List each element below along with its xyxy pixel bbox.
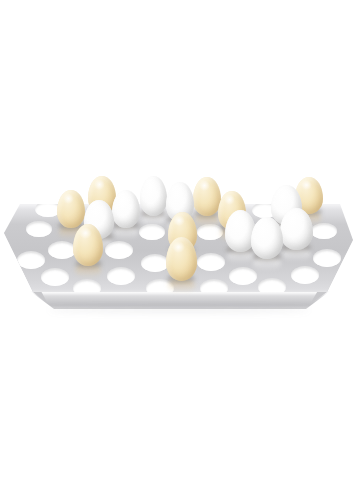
egg-white-B — [140, 176, 167, 216]
product-photo — [0, 0, 360, 482]
egg-white-J — [112, 190, 140, 228]
egg-brown-D — [193, 177, 221, 216]
egg-brown-P — [166, 237, 197, 281]
egg-white-L — [251, 217, 283, 259]
egg-brown-M — [73, 224, 103, 266]
egg-layer — [0, 0, 360, 482]
egg-brown-H — [57, 190, 85, 228]
egg-white-L2 — [280, 208, 313, 250]
